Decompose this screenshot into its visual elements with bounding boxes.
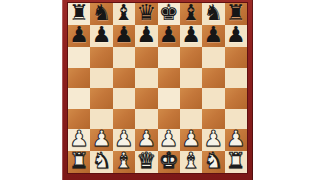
piece-white-king-icon[interactable]: ♚ xyxy=(159,150,179,172)
piece-white-knight-icon[interactable]: ♞ xyxy=(204,150,224,172)
piece-black-pawn-icon[interactable]: ♟ xyxy=(226,24,246,46)
square-g4[interactable] xyxy=(202,88,224,109)
square-a7[interactable]: ♟ xyxy=(68,25,90,47)
piece-white-pawn-icon[interactable]: ♟ xyxy=(181,128,201,150)
square-d5[interactable] xyxy=(135,68,157,89)
square-e7[interactable]: ♟ xyxy=(158,25,180,47)
square-g6[interactable] xyxy=(202,47,224,68)
piece-white-pawn-icon[interactable]: ♟ xyxy=(136,128,156,150)
square-h5[interactable] xyxy=(225,68,247,89)
piece-black-king-icon[interactable]: ♚ xyxy=(159,3,179,24)
piece-black-pawn-icon[interactable]: ♟ xyxy=(204,24,224,46)
square-f6[interactable] xyxy=(180,47,202,68)
chess-board-frame: ♜♞♝♛♚♝♞♜♟♟♟♟♟♟♟♟♟♟♟♟♟♟♟♟♜♞♝♛♚♝♞♜ xyxy=(62,0,253,180)
square-f1[interactable]: ♝ xyxy=(180,151,202,173)
square-g7[interactable]: ♟ xyxy=(202,25,224,47)
piece-black-pawn-icon[interactable]: ♟ xyxy=(92,24,112,46)
piece-white-pawn-icon[interactable]: ♟ xyxy=(69,128,89,150)
square-g5[interactable] xyxy=(202,68,224,89)
piece-black-pawn-icon[interactable]: ♟ xyxy=(159,24,179,46)
square-b1[interactable]: ♞ xyxy=(90,151,112,173)
piece-white-pawn-icon[interactable]: ♟ xyxy=(114,128,134,150)
piece-black-knight-icon[interactable]: ♞ xyxy=(204,3,224,24)
square-b5[interactable] xyxy=(90,68,112,89)
square-b7[interactable]: ♟ xyxy=(90,25,112,47)
square-b6[interactable] xyxy=(90,47,112,68)
piece-black-pawn-icon[interactable]: ♟ xyxy=(69,24,89,46)
piece-white-pawn-icon[interactable]: ♟ xyxy=(204,128,224,150)
square-e5[interactable] xyxy=(158,68,180,89)
square-f5[interactable] xyxy=(180,68,202,89)
square-d1[interactable]: ♛ xyxy=(135,151,157,173)
square-h1[interactable]: ♜ xyxy=(225,151,247,173)
square-a5[interactable] xyxy=(68,68,90,89)
piece-black-bishop-icon[interactable]: ♝ xyxy=(114,3,134,24)
piece-black-pawn-icon[interactable]: ♟ xyxy=(114,24,134,46)
page-background: ♜♞♝♛♚♝♞♜♟♟♟♟♟♟♟♟♟♟♟♟♟♟♟♟♜♞♝♛♚♝♞♜ xyxy=(0,0,320,180)
square-c5[interactable] xyxy=(113,68,135,89)
piece-black-pawn-icon[interactable]: ♟ xyxy=(136,24,156,46)
square-d7[interactable]: ♟ xyxy=(135,25,157,47)
piece-black-rook-icon[interactable]: ♜ xyxy=(69,3,89,24)
square-f4[interactable] xyxy=(180,88,202,109)
square-a4[interactable] xyxy=(68,88,90,109)
square-g1[interactable]: ♞ xyxy=(202,151,224,173)
piece-black-queen-icon[interactable]: ♛ xyxy=(136,3,156,24)
square-a1[interactable]: ♜ xyxy=(68,151,90,173)
piece-white-queen-icon[interactable]: ♛ xyxy=(136,150,156,172)
piece-black-pawn-icon[interactable]: ♟ xyxy=(181,24,201,46)
square-h4[interactable] xyxy=(225,88,247,109)
square-h6[interactable] xyxy=(225,47,247,68)
square-d4[interactable] xyxy=(135,88,157,109)
square-e4[interactable] xyxy=(158,88,180,109)
square-b4[interactable] xyxy=(90,88,112,109)
piece-white-pawn-icon[interactable]: ♟ xyxy=(226,128,246,150)
square-h7[interactable]: ♟ xyxy=(225,25,247,47)
piece-black-knight-icon[interactable]: ♞ xyxy=(92,3,112,24)
square-c7[interactable]: ♟ xyxy=(113,25,135,47)
square-e1[interactable]: ♚ xyxy=(158,151,180,173)
square-c4[interactable] xyxy=(113,88,135,109)
square-d6[interactable] xyxy=(135,47,157,68)
square-e6[interactable] xyxy=(158,47,180,68)
piece-white-rook-icon[interactable]: ♜ xyxy=(69,150,89,172)
square-a6[interactable] xyxy=(68,47,90,68)
piece-black-bishop-icon[interactable]: ♝ xyxy=(181,3,201,24)
piece-white-knight-icon[interactable]: ♞ xyxy=(92,150,112,172)
square-c1[interactable]: ♝ xyxy=(113,151,135,173)
piece-white-bishop-icon[interactable]: ♝ xyxy=(181,150,201,172)
piece-white-rook-icon[interactable]: ♜ xyxy=(226,150,246,172)
square-f7[interactable]: ♟ xyxy=(180,25,202,47)
chess-board: ♜♞♝♛♚♝♞♜♟♟♟♟♟♟♟♟♟♟♟♟♟♟♟♟♜♞♝♛♚♝♞♜ xyxy=(68,3,247,173)
piece-black-rook-icon[interactable]: ♜ xyxy=(226,3,246,24)
piece-white-bishop-icon[interactable]: ♝ xyxy=(114,150,134,172)
piece-white-pawn-icon[interactable]: ♟ xyxy=(159,128,179,150)
square-c6[interactable] xyxy=(113,47,135,68)
piece-white-pawn-icon[interactable]: ♟ xyxy=(92,128,112,150)
